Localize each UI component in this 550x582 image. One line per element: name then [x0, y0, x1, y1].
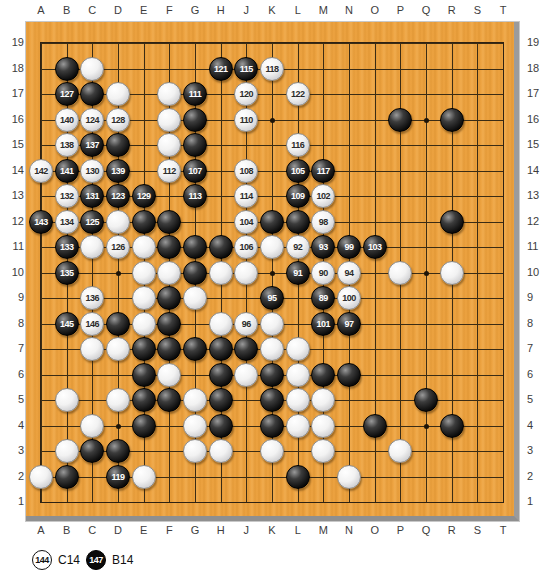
- coord-letter-bottom: P: [387, 524, 413, 536]
- stone-black-H4[interactable]: [209, 414, 233, 438]
- stone-black-G17[interactable]: 111: [183, 82, 207, 106]
- stone-white-A2[interactable]: [29, 465, 53, 489]
- stone-white-M10[interactable]: 90: [311, 261, 335, 285]
- coord-letter-bottom: M: [310, 524, 336, 536]
- coord-letter-bottom: E: [131, 524, 157, 536]
- stone-black-M8[interactable]: 101: [311, 312, 335, 336]
- stone-black-G13[interactable]: 113: [183, 184, 207, 208]
- coord-number-right: 7: [527, 342, 547, 354]
- coord-number-right: 4: [527, 419, 547, 431]
- coord-letter-top: T: [490, 4, 516, 16]
- coord-letter-bottom: R: [439, 524, 465, 536]
- stone-white-F10[interactable]: [157, 261, 181, 285]
- coord-number-right: 14: [527, 164, 547, 176]
- coord-number-left: 13: [4, 189, 24, 201]
- caption-black-stone-icon: 147: [86, 550, 106, 570]
- stone-black-E13[interactable]: 129: [132, 184, 156, 208]
- stone-white-D5[interactable]: [106, 388, 130, 412]
- stone-white-B12[interactable]: 134: [55, 210, 79, 234]
- stone-white-L15[interactable]: 116: [286, 133, 310, 157]
- coord-number-right: 12: [527, 215, 547, 227]
- stone-white-E11[interactable]: [132, 235, 156, 259]
- coord-letter-bottom: O: [362, 524, 388, 536]
- coord-number-right: 6: [527, 368, 547, 380]
- coord-number-right: 10: [527, 266, 547, 278]
- stone-black-F8[interactable]: [157, 312, 181, 336]
- stone-white-D12[interactable]: [106, 210, 130, 234]
- stone-white-E8[interactable]: [132, 312, 156, 336]
- stone-white-G3[interactable]: [183, 439, 207, 463]
- stone-white-C18[interactable]: [80, 57, 104, 81]
- coord-number-right: 11: [527, 240, 547, 252]
- coord-letter-top: S: [464, 4, 490, 16]
- coord-number-right: 9: [527, 291, 547, 303]
- coord-letter-top: F: [156, 4, 182, 16]
- coord-letter-bottom: G: [182, 524, 208, 536]
- stone-black-H5[interactable]: [209, 388, 233, 412]
- stone-white-J16[interactable]: 110: [234, 108, 258, 132]
- stone-white-G9[interactable]: [183, 286, 207, 310]
- stone-black-L12[interactable]: [286, 210, 310, 234]
- stone-white-K7[interactable]: [260, 337, 284, 361]
- stone-white-P10[interactable]: [388, 261, 412, 285]
- caption-white-stone-icon: 144: [32, 550, 52, 570]
- stone-white-K8[interactable]: [260, 312, 284, 336]
- coord-number-left: 14: [4, 164, 24, 176]
- stone-black-H18[interactable]: 121: [209, 57, 233, 81]
- coord-letter-bottom: T: [490, 524, 516, 536]
- stone-black-D15[interactable]: [106, 133, 130, 157]
- stone-black-G16[interactable]: [183, 108, 207, 132]
- stone-white-M4[interactable]: [311, 414, 335, 438]
- coord-letter-top: A: [28, 4, 54, 16]
- stone-white-D11[interactable]: 126: [106, 235, 130, 259]
- coord-letter-top: B: [54, 4, 80, 16]
- coord-letter-top: Q: [413, 4, 439, 16]
- stone-black-B2[interactable]: [55, 465, 79, 489]
- stone-white-C4[interactable]: [80, 414, 104, 438]
- stone-white-K3[interactable]: [260, 439, 284, 463]
- stone-black-G10[interactable]: [183, 261, 207, 285]
- stone-white-F14[interactable]: 112: [157, 159, 181, 183]
- stone-black-N8[interactable]: 97: [337, 312, 361, 336]
- coord-number-right: 17: [527, 87, 547, 99]
- coord-letter-top: R: [439, 4, 465, 16]
- stone-black-B8[interactable]: 145: [55, 312, 79, 336]
- stone-white-K18[interactable]: 118: [260, 57, 284, 81]
- stone-black-P16[interactable]: [388, 108, 412, 132]
- coord-letter-bottom: A: [28, 524, 54, 536]
- coord-letter-bottom: Q: [413, 524, 439, 536]
- stone-white-B3[interactable]: [55, 439, 79, 463]
- coord-letter-bottom: B: [54, 524, 80, 536]
- stone-white-C8[interactable]: 146: [80, 312, 104, 336]
- coord-letter-top: H: [208, 4, 234, 16]
- stone-black-R16[interactable]: [440, 108, 464, 132]
- stone-black-L2[interactable]: [286, 465, 310, 489]
- stone-white-D7[interactable]: [106, 337, 130, 361]
- coord-number-left: 18: [4, 62, 24, 74]
- stone-white-G5[interactable]: [183, 388, 207, 412]
- stone-black-O4[interactable]: [363, 414, 387, 438]
- stone-white-D17[interactable]: [106, 82, 130, 106]
- stone-white-E9[interactable]: [132, 286, 156, 310]
- stone-white-R10[interactable]: [440, 261, 464, 285]
- stone-white-C14[interactable]: 130: [80, 159, 104, 183]
- coord-letter-top: G: [182, 4, 208, 16]
- caption-black-coord: B14: [112, 553, 133, 567]
- stone-black-F12[interactable]: [157, 210, 181, 234]
- stone-black-O11[interactable]: 103: [363, 235, 387, 259]
- coord-letter-top: E: [131, 4, 157, 16]
- coord-number-right: 3: [527, 444, 547, 456]
- coord-letter-bottom: D: [105, 524, 131, 536]
- stone-black-B14[interactable]: 141: [55, 159, 79, 183]
- stone-white-H10[interactable]: [209, 261, 233, 285]
- coord-number-right: 16: [527, 113, 547, 125]
- stone-black-H7[interactable]: [209, 337, 233, 361]
- coord-letter-top: P: [387, 4, 413, 16]
- stone-white-F6[interactable]: [157, 363, 181, 387]
- stone-black-L14[interactable]: 105: [286, 159, 310, 183]
- coord-letter-top: M: [310, 4, 336, 16]
- caption-white-coord: C14: [58, 553, 80, 567]
- stone-black-G11[interactable]: [183, 235, 207, 259]
- stone-black-K5[interactable]: [260, 388, 284, 412]
- stone-white-N2[interactable]: [337, 465, 361, 489]
- stone-white-E10[interactable]: [132, 261, 156, 285]
- stone-black-K12[interactable]: [260, 210, 284, 234]
- stone-white-B15[interactable]: 138: [55, 133, 79, 157]
- stone-white-L4[interactable]: [286, 414, 310, 438]
- stone-white-H8[interactable]: [209, 312, 233, 336]
- coord-number-left: 12: [4, 215, 24, 227]
- stone-black-B18[interactable]: [55, 57, 79, 81]
- stone-black-E7[interactable]: [132, 337, 156, 361]
- coord-number-left: 9: [4, 291, 24, 303]
- stone-black-E4[interactable]: [132, 414, 156, 438]
- coord-letter-bottom: N: [336, 524, 362, 536]
- coord-number-left: 2: [4, 470, 24, 482]
- stone-black-K4[interactable]: [260, 414, 284, 438]
- stone-white-G4[interactable]: [183, 414, 207, 438]
- stone-black-B10[interactable]: 135: [55, 261, 79, 285]
- coord-number-right: 13: [527, 189, 547, 201]
- go-diagram: AABBCCDDEEFFGGHHJJKKLLMMNNOOPPQQRRSSTT19…: [0, 0, 550, 582]
- stone-black-K9[interactable]: 95: [260, 286, 284, 310]
- stone-black-L10[interactable]: 91: [286, 261, 310, 285]
- coord-number-left: 1: [4, 495, 24, 507]
- stone-black-H11[interactable]: [209, 235, 233, 259]
- stone-black-A12[interactable]: 143: [29, 210, 53, 234]
- coord-number-left: 4: [4, 419, 24, 431]
- stone-black-M6[interactable]: [311, 363, 335, 387]
- coord-number-right: 1: [527, 495, 547, 507]
- coord-number-left: 7: [4, 342, 24, 354]
- stone-white-B16[interactable]: 140: [55, 108, 79, 132]
- stone-black-D2[interactable]: 119: [106, 465, 130, 489]
- coord-number-right: 19: [527, 36, 547, 48]
- stone-white-L11[interactable]: 92: [286, 235, 310, 259]
- coord-number-left: 15: [4, 138, 24, 150]
- stone-black-D14[interactable]: 139: [106, 159, 130, 183]
- coord-letter-bottom: F: [156, 524, 182, 536]
- coord-number-left: 17: [4, 87, 24, 99]
- stone-black-N6[interactable]: [337, 363, 361, 387]
- coord-number-right: 8: [527, 317, 547, 329]
- stone-black-C12[interactable]: 125: [80, 210, 104, 234]
- stone-black-E6[interactable]: [132, 363, 156, 387]
- coord-number-left: 10: [4, 266, 24, 278]
- stone-white-F16[interactable]: [157, 108, 181, 132]
- coord-number-left: 16: [4, 113, 24, 125]
- stone-black-R4[interactable]: [440, 414, 464, 438]
- coord-letter-top: N: [336, 4, 362, 16]
- stone-black-J18[interactable]: 115: [234, 57, 258, 81]
- stone-white-B5[interactable]: [55, 388, 79, 412]
- stone-black-D8[interactable]: [106, 312, 130, 336]
- coord-letter-bottom: L: [285, 524, 311, 536]
- coord-number-left: 6: [4, 368, 24, 380]
- stone-white-D16[interactable]: 128: [106, 108, 130, 132]
- stone-black-L13[interactable]: 109: [286, 184, 310, 208]
- stone-white-C16[interactable]: 124: [80, 108, 104, 132]
- coord-number-left: 8: [4, 317, 24, 329]
- stone-white-J10[interactable]: [234, 261, 258, 285]
- stone-black-D13[interactable]: 123: [106, 184, 130, 208]
- stone-white-L7[interactable]: [286, 337, 310, 361]
- stone-black-B17[interactable]: 127: [55, 82, 79, 106]
- stone-white-E2[interactable]: [132, 465, 156, 489]
- stone-white-M12[interactable]: 98: [311, 210, 335, 234]
- coord-number-left: 5: [4, 393, 24, 405]
- coord-letter-bottom: S: [464, 524, 490, 536]
- coord-number-right: 2: [527, 470, 547, 482]
- coord-letter-top: O: [362, 4, 388, 16]
- stone-black-E5[interactable]: [132, 388, 156, 412]
- stone-white-L17[interactable]: 122: [286, 82, 310, 106]
- stone-black-G15[interactable]: [183, 133, 207, 157]
- coord-letter-top: C: [79, 4, 105, 16]
- stone-black-G14[interactable]: 107: [183, 159, 207, 183]
- coord-letter-top: J: [233, 4, 259, 16]
- stone-black-R12[interactable]: [440, 210, 464, 234]
- stone-white-L6[interactable]: [286, 363, 310, 387]
- coord-number-left: 19: [4, 36, 24, 48]
- coord-number-right: 18: [527, 62, 547, 74]
- coord-letter-top: K: [259, 4, 285, 16]
- stone-black-K6[interactable]: [260, 363, 284, 387]
- stone-white-J6[interactable]: [234, 363, 258, 387]
- coord-letter-bottom: H: [208, 524, 234, 536]
- stone-black-Q5[interactable]: [414, 388, 438, 412]
- coord-letter-top: D: [105, 4, 131, 16]
- stone-white-J8[interactable]: 96: [234, 312, 258, 336]
- stone-white-N10[interactable]: 94: [337, 261, 361, 285]
- coord-number-left: 3: [4, 444, 24, 456]
- coord-number-left: 11: [4, 240, 24, 252]
- stone-white-J12[interactable]: 104: [234, 210, 258, 234]
- coord-number-right: 5: [527, 393, 547, 405]
- stone-black-D3[interactable]: [106, 439, 130, 463]
- stone-white-L5[interactable]: [286, 388, 310, 412]
- stone-black-B11[interactable]: 133: [55, 235, 79, 259]
- stone-white-K11[interactable]: [260, 235, 284, 259]
- stone-black-M14[interactable]: 117: [311, 159, 335, 183]
- coord-letter-top: L: [285, 4, 311, 16]
- stone-black-N11[interactable]: 99: [337, 235, 361, 259]
- coord-letter-bottom: K: [259, 524, 285, 536]
- stone-white-B13[interactable]: 132: [55, 184, 79, 208]
- stone-white-A14[interactable]: 142: [29, 159, 53, 183]
- stone-white-N9[interactable]: 100: [337, 286, 361, 310]
- caption: 144 C14 147 B14: [32, 548, 133, 572]
- stone-black-H6[interactable]: [209, 363, 233, 387]
- coord-letter-bottom: C: [79, 524, 105, 536]
- stone-white-J14[interactable]: 108: [234, 159, 258, 183]
- stone-white-H3[interactable]: [209, 439, 233, 463]
- stone-black-E12[interactable]: [132, 210, 156, 234]
- coord-number-right: 15: [527, 138, 547, 150]
- stone-black-G7[interactable]: [183, 337, 207, 361]
- coord-letter-bottom: J: [233, 524, 259, 536]
